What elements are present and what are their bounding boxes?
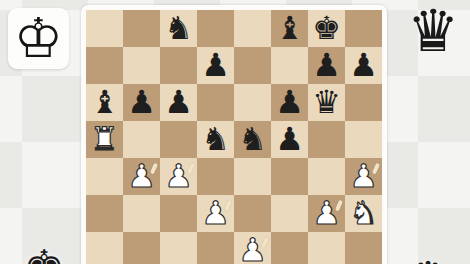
square-b2[interactable] (123, 232, 160, 264)
square-b8[interactable] (123, 10, 160, 47)
cropped-piece-bottom-left-icon: ♚ (20, 243, 68, 264)
square-h8[interactable] (345, 10, 382, 47)
piece-white-knight-h3[interactable]: ♞ (345, 195, 382, 232)
square-h7[interactable]: ♟ (345, 47, 382, 84)
square-e8[interactable] (234, 10, 271, 47)
chess-board-card: ♞♝♚♟♟♟♝♟♟♟♛♜♞♞♟♟♟♟♟♟♞♟ (81, 5, 387, 264)
square-f4[interactable] (271, 158, 308, 195)
square-b3[interactable] (123, 195, 160, 232)
square-d5[interactable]: ♞ (197, 121, 234, 158)
piece-black-knight-c8[interactable]: ♞ (160, 10, 197, 47)
square-f2[interactable] (271, 232, 308, 264)
square-d8[interactable] (197, 10, 234, 47)
square-d3[interactable]: ♟ (197, 195, 234, 232)
square-c6[interactable]: ♟ (160, 84, 197, 121)
square-g7[interactable]: ♟ (308, 47, 345, 84)
square-h5[interactable] (345, 121, 382, 158)
square-e2[interactable]: ♟ (234, 232, 271, 264)
square-d2[interactable] (197, 232, 234, 264)
square-h6[interactable] (345, 84, 382, 121)
square-f5[interactable]: ♟ (271, 121, 308, 158)
square-b6[interactable]: ♟ (123, 84, 160, 121)
square-e6[interactable] (234, 84, 271, 121)
piece-black-bishop-a6[interactable]: ♝ (86, 84, 123, 121)
square-g3[interactable]: ♟ (308, 195, 345, 232)
ornate-white-piece-icon: ♔ (14, 8, 63, 69)
piece-black-king-g8[interactable]: ♚ (308, 10, 345, 47)
piece-black-pawn-c6[interactable]: ♟ (160, 84, 197, 121)
square-e7[interactable] (234, 47, 271, 84)
square-d6[interactable] (197, 84, 234, 121)
piece-black-knight-d5[interactable]: ♞ (197, 121, 234, 158)
square-e3[interactable] (234, 195, 271, 232)
square-c3[interactable] (160, 195, 197, 232)
square-a6[interactable]: ♝ (86, 84, 123, 121)
square-b5[interactable] (123, 121, 160, 158)
square-c8[interactable]: ♞ (160, 10, 197, 47)
piece-black-knight-e5[interactable]: ♞ (234, 121, 271, 158)
square-g2[interactable] (308, 232, 345, 264)
square-h2[interactable] (345, 232, 382, 264)
square-a3[interactable] (86, 195, 123, 232)
square-f3[interactable] (271, 195, 308, 232)
square-c5[interactable] (160, 121, 197, 158)
square-d4[interactable] (197, 158, 234, 195)
square-a5[interactable]: ♜ (86, 121, 123, 158)
app-icon-card: ♔ (8, 8, 69, 69)
square-a8[interactable] (86, 10, 123, 47)
square-f8[interactable]: ♝ (271, 10, 308, 47)
cropped-piece-bottom-right-icon: ♛ (404, 255, 452, 264)
square-g5[interactable] (308, 121, 345, 158)
piece-black-queen-g6[interactable]: ♛ (308, 84, 345, 121)
piece-black-pawn-g7[interactable]: ♟ (308, 47, 345, 84)
square-a7[interactable] (86, 47, 123, 84)
piece-black-pawn-f6[interactable]: ♟ (271, 84, 308, 121)
piece-black-pawn-d7[interactable]: ♟ (197, 47, 234, 84)
ornate-black-piece-icon: ♛ (402, 0, 464, 64)
square-d7[interactable]: ♟ (197, 47, 234, 84)
square-g8[interactable]: ♚ (308, 10, 345, 47)
piece-black-bishop-f8[interactable]: ♝ (271, 10, 308, 47)
square-g4[interactable] (308, 158, 345, 195)
square-c4[interactable]: ♟ (160, 158, 197, 195)
square-a4[interactable] (86, 158, 123, 195)
square-f7[interactable] (271, 47, 308, 84)
square-b7[interactable] (123, 47, 160, 84)
piece-black-pawn-f5[interactable]: ♟ (271, 121, 308, 158)
piece-black-pawn-b6[interactable]: ♟ (123, 84, 160, 121)
square-a2[interactable] (86, 232, 123, 264)
piece-white-rook-a5[interactable]: ♜ (86, 121, 123, 158)
square-c7[interactable] (160, 47, 197, 84)
square-f6[interactable]: ♟ (271, 84, 308, 121)
screenshot-canvas: ♔ ♛ ♚ ♛ ♞♝♚♟♟♟♝♟♟♟♛♜♞♞♟♟♟♟♟♟♞♟ (0, 0, 470, 264)
chess-board[interactable]: ♞♝♚♟♟♟♝♟♟♟♛♜♞♞♟♟♟♟♟♟♞♟ (86, 10, 382, 264)
square-b4[interactable]: ♟ (123, 158, 160, 195)
square-h3[interactable]: ♞ (345, 195, 382, 232)
square-h4[interactable]: ♟ (345, 158, 382, 195)
piece-black-pawn-h7[interactable]: ♟ (345, 47, 382, 84)
square-g6[interactable]: ♛ (308, 84, 345, 121)
square-e4[interactable] (234, 158, 271, 195)
square-e5[interactable]: ♞ (234, 121, 271, 158)
square-c2[interactable] (160, 232, 197, 264)
